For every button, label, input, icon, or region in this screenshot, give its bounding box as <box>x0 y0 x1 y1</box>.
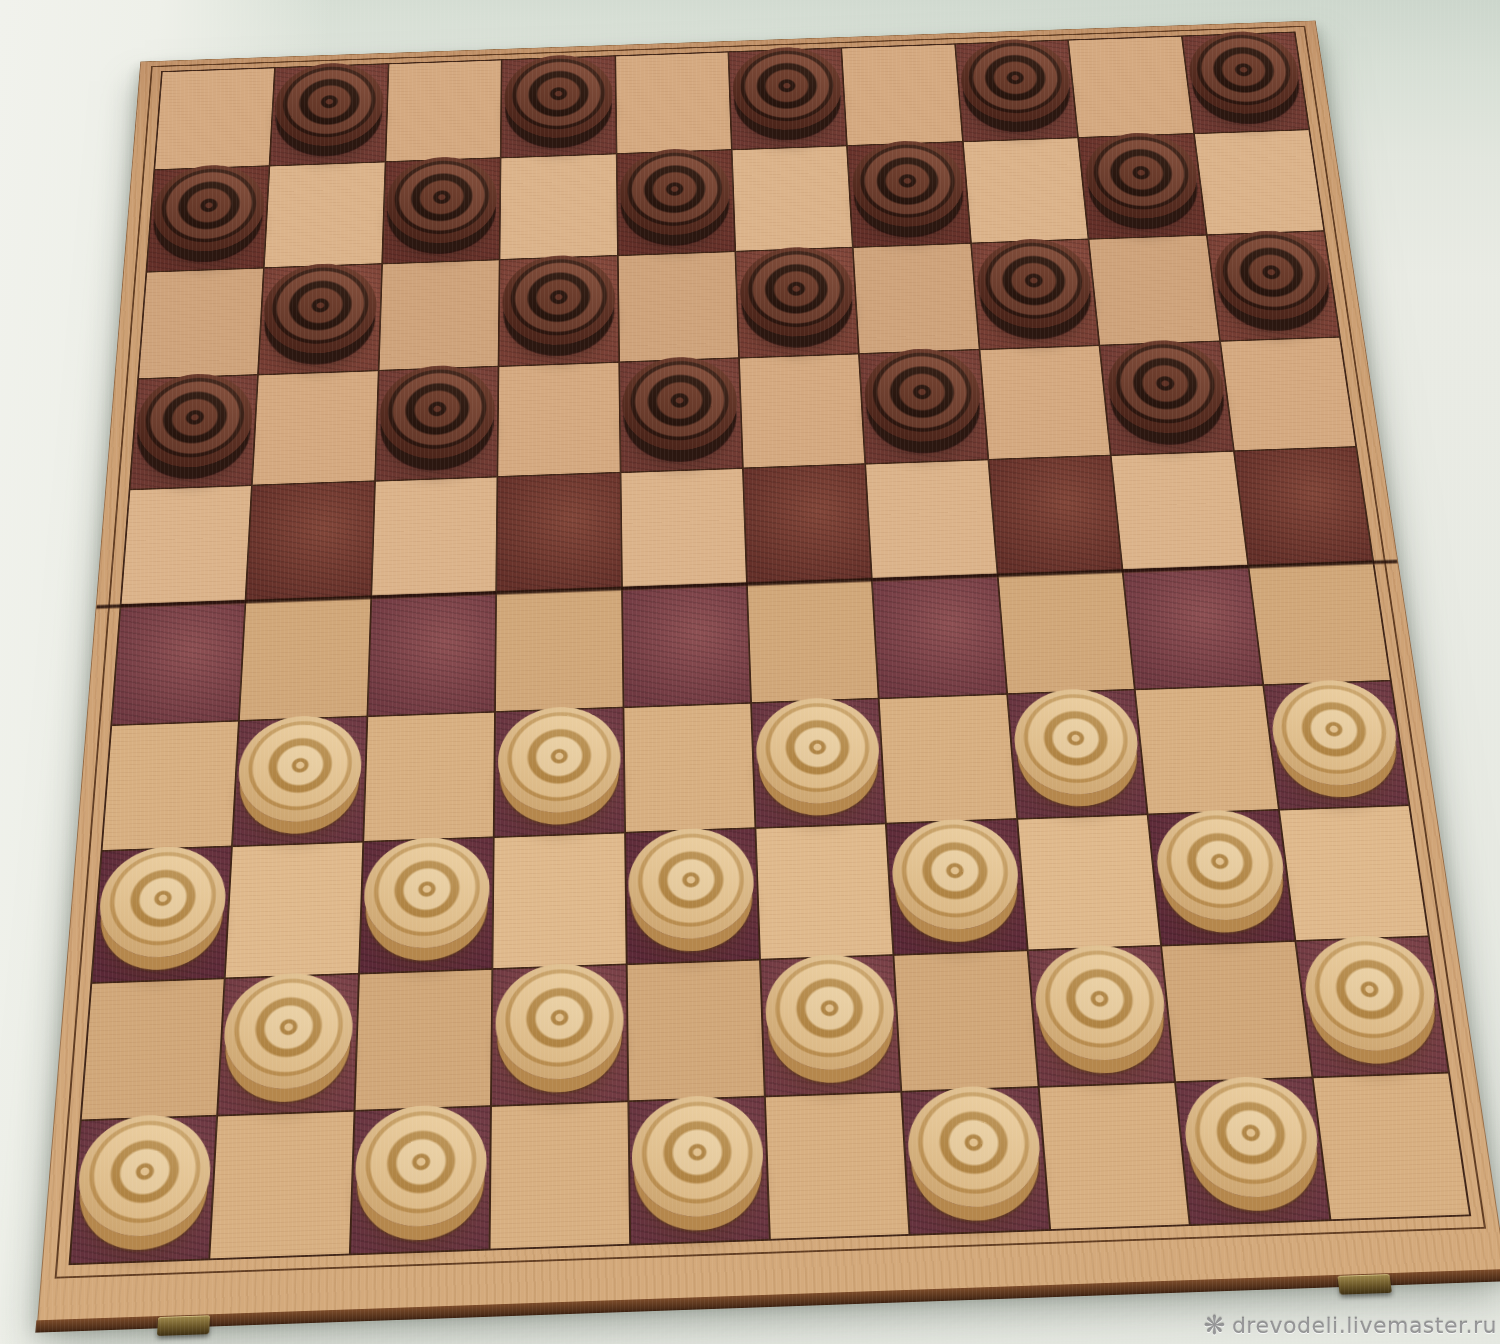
square-b1[interactable] <box>211 1112 354 1259</box>
square-c5[interactable] <box>368 593 495 716</box>
square-b6[interactable] <box>247 482 374 600</box>
square-g8[interactable] <box>854 244 978 353</box>
square-i5[interactable] <box>1124 566 1262 689</box>
square-e10[interactable] <box>616 53 731 154</box>
square-d3[interactable] <box>494 834 626 968</box>
board-tilt-wrapper <box>0 0 1500 1344</box>
square-d7[interactable] <box>498 363 619 476</box>
square-c4[interactable] <box>364 713 494 841</box>
square-h5[interactable] <box>998 571 1134 694</box>
square-g10[interactable] <box>842 45 961 146</box>
square-f6[interactable] <box>744 464 871 582</box>
draughts-board <box>37 21 1500 1322</box>
square-b3[interactable] <box>226 843 362 977</box>
square-i8[interactable] <box>1090 236 1219 344</box>
square-a4[interactable] <box>103 722 239 851</box>
square-g5[interactable] <box>873 575 1006 698</box>
square-f7[interactable] <box>740 354 865 467</box>
square-a5[interactable] <box>112 601 245 724</box>
square-h7[interactable] <box>980 346 1110 459</box>
square-b7[interactable] <box>253 371 377 484</box>
square-d6[interactable] <box>497 473 620 591</box>
square-a6[interactable] <box>122 486 252 604</box>
square-d1[interactable] <box>491 1102 629 1249</box>
square-e6[interactable] <box>621 469 746 587</box>
square-j3[interactable] <box>1280 806 1428 939</box>
square-j6[interactable] <box>1234 447 1372 564</box>
square-d5[interactable] <box>496 588 622 711</box>
square-e8[interactable] <box>618 252 738 361</box>
brass-latch-right-icon <box>1337 1274 1391 1295</box>
square-c8[interactable] <box>379 261 499 370</box>
square-h1[interactable] <box>1039 1083 1188 1229</box>
square-j9[interactable] <box>1195 130 1324 234</box>
square-i6[interactable] <box>1112 452 1247 570</box>
square-f9[interactable] <box>733 146 853 251</box>
square-c10[interactable] <box>386 60 501 161</box>
livemaster-ornament-icon: ❋ <box>1204 1312 1226 1338</box>
watermark-text: drevodeli.livemaster.ru <box>1232 1313 1497 1338</box>
square-f3[interactable] <box>756 825 892 959</box>
square-g6[interactable] <box>866 460 996 578</box>
square-a8[interactable] <box>139 269 263 378</box>
square-b9[interactable] <box>265 163 384 268</box>
photo-scene: ❋ drevodeli.livemaster.ru <box>0 0 1500 1344</box>
square-i4[interactable] <box>1136 686 1278 814</box>
square-j7[interactable] <box>1221 337 1356 450</box>
square-d9[interactable] <box>501 155 617 260</box>
square-e4[interactable] <box>624 704 754 832</box>
square-c6[interactable] <box>372 477 497 595</box>
play-area <box>68 31 1471 1265</box>
square-b5[interactable] <box>240 597 370 720</box>
watermark: ❋ drevodeli.livemaster.ru <box>1204 1312 1497 1338</box>
square-f1[interactable] <box>766 1092 909 1238</box>
square-i2[interactable] <box>1162 941 1311 1081</box>
square-g4[interactable] <box>880 695 1016 823</box>
square-c2[interactable] <box>355 970 491 1110</box>
square-e5[interactable] <box>623 584 751 707</box>
square-a2[interactable] <box>82 979 224 1119</box>
square-e2[interactable] <box>627 960 764 1100</box>
square-a10[interactable] <box>155 68 274 169</box>
square-g2[interactable] <box>895 951 1038 1091</box>
square-j5[interactable] <box>1249 562 1390 684</box>
square-h9[interactable] <box>964 138 1088 242</box>
square-i10[interactable] <box>1069 37 1193 137</box>
square-h6[interactable] <box>989 456 1122 574</box>
brass-latch-left-icon <box>157 1315 210 1336</box>
square-h3[interactable] <box>1018 815 1160 949</box>
square-f5[interactable] <box>748 579 878 702</box>
square-j1[interactable] <box>1313 1073 1469 1219</box>
